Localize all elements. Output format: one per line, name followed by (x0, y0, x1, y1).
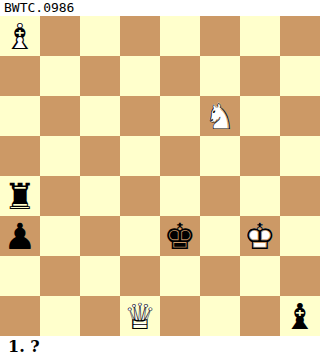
square-c3[interactable] (80, 216, 120, 256)
square-b2[interactable] (40, 256, 80, 296)
white-knight[interactable]: ♞♘ (200, 96, 240, 136)
square-c4[interactable] (80, 176, 120, 216)
square-a2[interactable] (0, 256, 40, 296)
square-h8[interactable] (280, 16, 320, 56)
square-e8[interactable] (160, 16, 200, 56)
square-e4[interactable] (160, 176, 200, 216)
chess-board: ♝♗♞♘♜♜♟♟♚♚♚♔♛♕♝♝ (0, 16, 320, 336)
square-d3[interactable] (120, 216, 160, 256)
square-d5[interactable] (120, 136, 160, 176)
chess-problem-screen: BWTC.0986 ♝♗♞♘♜♜♟♟♚♚♚♔♛♕♝♝ 1. ? (0, 0, 320, 360)
title-bar: BWTC.0986 (0, 0, 320, 16)
square-d4[interactable] (120, 176, 160, 216)
square-b4[interactable] (40, 176, 80, 216)
square-b8[interactable] (40, 16, 80, 56)
square-a4[interactable]: ♜♜ (0, 176, 40, 216)
square-f1[interactable] (200, 296, 240, 336)
square-e1[interactable] (160, 296, 200, 336)
square-c5[interactable] (80, 136, 120, 176)
white-bishop[interactable]: ♝♗ (0, 16, 40, 56)
square-d1[interactable]: ♛♕ (120, 296, 160, 336)
black-bishop[interactable]: ♝♝ (280, 296, 320, 336)
move-prompt: 1. ? (0, 336, 320, 358)
square-h6[interactable] (280, 96, 320, 136)
square-d7[interactable] (120, 56, 160, 96)
square-g2[interactable] (240, 256, 280, 296)
square-g1[interactable] (240, 296, 280, 336)
square-b7[interactable] (40, 56, 80, 96)
square-a3[interactable]: ♟♟ (0, 216, 40, 256)
move-bar: 1. ? (0, 336, 320, 360)
square-e6[interactable] (160, 96, 200, 136)
square-e3[interactable]: ♚♚ (160, 216, 200, 256)
square-c1[interactable] (80, 296, 120, 336)
square-b3[interactable] (40, 216, 80, 256)
square-h7[interactable] (280, 56, 320, 96)
black-bishop-glyph: ♝ (280, 296, 320, 336)
square-f7[interactable] (200, 56, 240, 96)
black-pawn-glyph: ♟ (0, 216, 40, 256)
black-king[interactable]: ♚♚ (160, 216, 200, 256)
square-a8[interactable]: ♝♗ (0, 16, 40, 56)
white-king-glyph: ♔ (240, 216, 280, 256)
square-c8[interactable] (80, 16, 120, 56)
square-f3[interactable] (200, 216, 240, 256)
black-king-glyph: ♚ (160, 216, 200, 256)
square-c2[interactable] (80, 256, 120, 296)
square-f4[interactable] (200, 176, 240, 216)
square-h1[interactable]: ♝♝ (280, 296, 320, 336)
square-g7[interactable] (240, 56, 280, 96)
white-bishop-glyph: ♗ (0, 16, 40, 56)
square-b6[interactable] (40, 96, 80, 136)
square-c6[interactable] (80, 96, 120, 136)
square-h4[interactable] (280, 176, 320, 216)
square-d2[interactable] (120, 256, 160, 296)
square-a5[interactable] (0, 136, 40, 176)
white-knight-glyph: ♘ (200, 96, 240, 136)
square-g8[interactable] (240, 16, 280, 56)
square-d6[interactable] (120, 96, 160, 136)
square-b1[interactable] (40, 296, 80, 336)
square-g5[interactable] (240, 136, 280, 176)
square-f5[interactable] (200, 136, 240, 176)
problem-title: BWTC.0986 (0, 0, 320, 15)
square-g6[interactable] (240, 96, 280, 136)
black-rook-glyph: ♜ (0, 176, 40, 216)
square-e5[interactable] (160, 136, 200, 176)
square-f8[interactable] (200, 16, 240, 56)
square-f2[interactable] (200, 256, 240, 296)
square-h3[interactable] (280, 216, 320, 256)
square-e7[interactable] (160, 56, 200, 96)
square-h5[interactable] (280, 136, 320, 176)
square-d8[interactable] (120, 16, 160, 56)
square-h2[interactable] (280, 256, 320, 296)
square-g3[interactable]: ♚♔ (240, 216, 280, 256)
white-queen-glyph: ♕ (120, 296, 160, 336)
square-g4[interactable] (240, 176, 280, 216)
white-queen[interactable]: ♛♕ (120, 296, 160, 336)
white-king[interactable]: ♚♔ (240, 216, 280, 256)
square-e2[interactable] (160, 256, 200, 296)
square-b5[interactable] (40, 136, 80, 176)
square-a7[interactable] (0, 56, 40, 96)
square-a1[interactable] (0, 296, 40, 336)
square-c7[interactable] (80, 56, 120, 96)
square-a6[interactable] (0, 96, 40, 136)
square-f6[interactable]: ♞♘ (200, 96, 240, 136)
black-pawn[interactable]: ♟♟ (0, 216, 40, 256)
black-rook[interactable]: ♜♜ (0, 176, 40, 216)
